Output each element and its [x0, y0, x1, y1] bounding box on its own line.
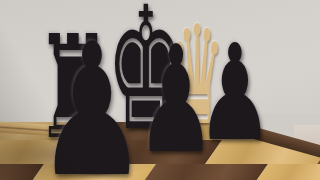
black-pawn-front: ♟: [36, 42, 148, 179]
black-pawn-right: ♟: [197, 44, 273, 144]
chess-photo: ♜ ♚ ♛ ♟ ♟ ♟: [0, 0, 320, 180]
